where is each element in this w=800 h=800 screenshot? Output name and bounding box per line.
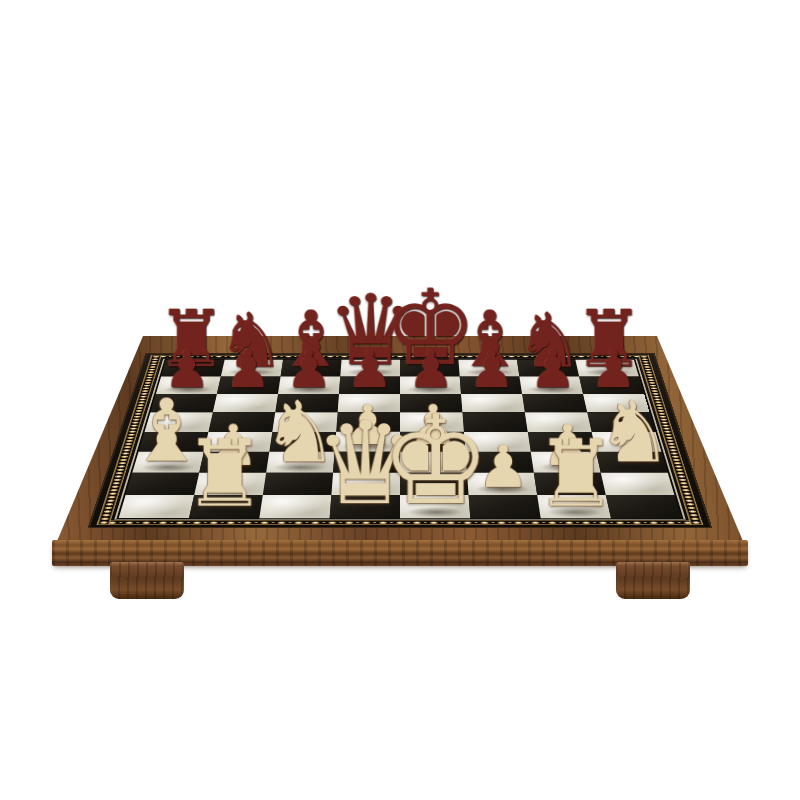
square-g6[interactable] (522, 394, 587, 412)
square-g7[interactable]: ♟ (519, 377, 583, 395)
square-e1[interactable]: ♚ (400, 495, 470, 518)
square-g1[interactable]: ♜ (537, 495, 611, 518)
chess-set-photo: ♜♞♝♛♚♝♞♜♟♟♟♟♟♟♟♟♟♟♝♟♞♟♞♟♜♛♚♜ (0, 0, 800, 800)
inlay-band-front (98, 521, 702, 525)
piece-red-pawn[interactable]: ♟ (468, 346, 514, 393)
piece-cream-rook[interactable]: ♜ (183, 431, 266, 517)
piece-red-pawn[interactable]: ♟ (346, 346, 392, 393)
board-grid: ♜♞♝♛♚♝♞♜♟♟♟♟♟♟♟♟♟♟♝♟♞♟♞♟♜♛♚♜ (119, 360, 682, 518)
piece-cream-rook[interactable]: ♜ (534, 431, 617, 517)
base-foot-right (616, 562, 690, 599)
piece-cream-king[interactable]: ♚ (380, 404, 490, 517)
base-foot-left (110, 562, 184, 599)
piece-red-pawn[interactable]: ♟ (529, 346, 575, 393)
square-b1[interactable]: ♜ (189, 495, 263, 518)
chess-board: ♜♞♝♛♚♝♞♜♟♟♟♟♟♟♟♟♟♟♝♟♞♟♞♟♜♛♚♜ (90, 354, 710, 527)
piece-red-pawn[interactable]: ♟ (407, 346, 453, 393)
